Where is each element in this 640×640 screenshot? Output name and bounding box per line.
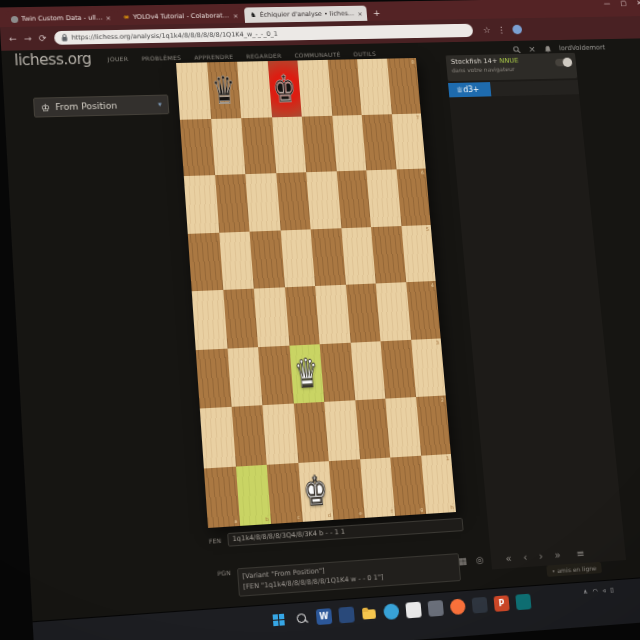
tab-title: Twin Custom Data - ull… xyxy=(21,14,103,23)
forward-icon[interactable]: → xyxy=(24,34,32,43)
chess-board: ♛♚87654♛32abcd♚efgh1 xyxy=(176,58,456,528)
edge-icon[interactable] xyxy=(383,603,399,620)
square-b4[interactable] xyxy=(223,289,258,349)
analysis-sidebar: Stockfish 14+ NNUE dans votre navigateur… xyxy=(446,53,627,570)
coord-file-d: d xyxy=(328,513,332,518)
square-e8[interactable] xyxy=(297,60,331,116)
challenge-icon[interactable]: × xyxy=(528,44,536,54)
tab-close-icon[interactable]: ✕ xyxy=(357,10,362,17)
square-f8[interactable] xyxy=(327,59,361,115)
square-b6[interactable] xyxy=(215,174,250,232)
square-e2[interactable] xyxy=(324,400,359,460)
lichess-logo[interactable]: lichess.org xyxy=(14,50,92,69)
coord-rank-4: 4 xyxy=(431,283,435,288)
lichess-page: lichess.org JOUERPROBLÈMESAPPRENDREREGAR… xyxy=(1,38,640,622)
square-f5[interactable] xyxy=(341,227,376,285)
square-d4[interactable] xyxy=(285,286,320,345)
url-text: https://lichess.org/analysis/1q1k4/8/8/8… xyxy=(71,30,278,42)
coord-file-a: a xyxy=(234,519,238,524)
next-move-icon[interactable]: › xyxy=(538,550,543,562)
tray-expand-icon[interactable]: ∧ xyxy=(583,587,588,594)
square-e6[interactable] xyxy=(306,171,341,229)
photo-backdrop: Twin Custom Data - ull…✕∞YOLOv4 Tutorial… xyxy=(0,0,640,640)
square-a8[interactable] xyxy=(176,62,211,119)
store-icon[interactable] xyxy=(428,600,444,617)
square-c1[interactable]: c xyxy=(267,462,303,523)
address-bar[interactable]: https://lichess.org/analysis/1q1k4/8/8/8… xyxy=(54,24,474,45)
square-h4[interactable]: 4 xyxy=(406,281,441,339)
action-menu-icon[interactable]: ≡ xyxy=(576,547,585,559)
last-move-icon[interactable]: » xyxy=(554,549,561,561)
generic-favicon-icon xyxy=(11,16,19,23)
square-d2[interactable] xyxy=(293,402,328,463)
square-h2[interactable]: 2 xyxy=(416,395,451,455)
taskbar-search-icon[interactable] xyxy=(293,610,310,627)
square-c8[interactable] xyxy=(237,61,272,118)
square-b8[interactable]: ♛ xyxy=(207,62,242,119)
square-d5[interactable] xyxy=(280,229,315,287)
coord-rank-1: 1 xyxy=(446,456,450,461)
tab-close-icon[interactable]: ✕ xyxy=(105,14,111,21)
square-d6[interactable] xyxy=(276,172,311,230)
coord-file-h: h xyxy=(450,505,454,510)
square-c5[interactable] xyxy=(250,230,285,289)
lock-icon xyxy=(61,34,68,42)
square-d8[interactable]: ♚ xyxy=(267,60,301,116)
menu-kebab-icon[interactable]: ⋮ xyxy=(497,25,506,34)
nav-item-jouer[interactable]: JOUER xyxy=(107,55,128,62)
teal-app-icon[interactable] xyxy=(515,594,531,611)
coord-rank-6: 6 xyxy=(421,170,425,175)
powerpoint-icon[interactable]: P xyxy=(493,595,509,612)
square-h5[interactable]: 5 xyxy=(401,224,436,282)
engine-name: Stockfish 14+ xyxy=(451,57,498,66)
from-position-select[interactable]: ♔ From Position ▾ xyxy=(33,95,169,118)
minimize-button[interactable]: — xyxy=(603,0,610,7)
square-c3[interactable] xyxy=(258,345,293,405)
square-g7[interactable] xyxy=(362,114,396,171)
new-tab-button[interactable]: + xyxy=(373,8,381,18)
reload-icon[interactable]: ⟳ xyxy=(39,34,47,43)
square-e5[interactable] xyxy=(311,228,346,286)
square-f6[interactable] xyxy=(336,170,371,227)
move-list: ♕d3+ xyxy=(448,80,579,97)
username[interactable]: lordVoldemort xyxy=(559,44,606,52)
fen-label: FEN xyxy=(209,537,222,545)
square-b7[interactable] xyxy=(211,118,246,175)
coord-file-f: f xyxy=(391,509,393,514)
bell-icon[interactable] xyxy=(543,44,552,53)
wifi-icon[interactable]: ◠ xyxy=(592,587,598,595)
square-b2[interactable] xyxy=(231,405,267,466)
square-a4[interactable] xyxy=(192,290,227,350)
square-a5[interactable] xyxy=(188,232,223,291)
file-explorer-icon[interactable] xyxy=(361,605,378,622)
coord-file-g: g xyxy=(420,507,424,512)
controls-menu-group: ≡ xyxy=(576,547,585,559)
engine-location: dans votre navigateur xyxy=(451,64,572,73)
coord-rank-8: 8 xyxy=(411,60,414,65)
nav-item-communauté[interactable]: COMMUNAUTÉ xyxy=(294,50,341,58)
engine-box: Stockfish 14+ NNUE dans votre navigateur xyxy=(446,53,578,81)
battery-icon[interactable]: ▯ xyxy=(610,586,614,593)
window-controls: —▢✕ xyxy=(603,0,640,7)
square-h3[interactable]: 3 xyxy=(411,338,446,397)
square-d3[interactable]: ♛ xyxy=(289,344,324,404)
white-king-icon: ♔ xyxy=(41,102,51,113)
tab-title: YOLOv4 Tutorial - Colaboratory xyxy=(133,12,231,21)
friends-online-box[interactable]: • amis en ligne xyxy=(546,562,601,577)
square-a2[interactable] xyxy=(200,407,236,468)
controls-nav-group: «‹›» xyxy=(505,549,561,564)
back-icon[interactable]: ← xyxy=(9,34,17,43)
square-g2[interactable] xyxy=(385,397,420,457)
square-a7[interactable] xyxy=(180,118,215,176)
square-c4[interactable] xyxy=(254,287,289,346)
square-d1[interactable]: d♚ xyxy=(298,461,334,522)
piece-black-king[interactable]: ♚ xyxy=(272,69,298,107)
coord-file-c: c xyxy=(297,515,300,520)
square-h7[interactable]: 7 xyxy=(391,113,425,169)
nav-item-outils[interactable]: OUTILS xyxy=(353,50,376,57)
square-f2[interactable] xyxy=(355,399,390,459)
coord-file-b: b xyxy=(265,517,269,522)
square-h8[interactable]: 8 xyxy=(387,58,421,114)
engine-badge: NNUE xyxy=(499,57,519,65)
firefox-icon[interactable] xyxy=(450,598,466,615)
engine-toggle[interactable] xyxy=(555,59,573,67)
monitor-screen: Twin Custom Data - ull…✕∞YOLOv4 Tutorial… xyxy=(0,0,640,640)
square-g8[interactable] xyxy=(357,59,391,115)
vscode-icon[interactable] xyxy=(472,597,488,614)
system-tray: ∧◠◃▯ xyxy=(583,586,614,595)
first-move-icon[interactable]: « xyxy=(505,552,512,564)
square-c2[interactable] xyxy=(262,404,297,465)
lichess-favicon-icon: ♞ xyxy=(250,12,257,19)
square-b3[interactable] xyxy=(227,347,262,407)
piece-black-queen[interactable]: ♛ xyxy=(211,71,237,110)
square-a1[interactable]: a xyxy=(204,466,240,528)
square-c7[interactable] xyxy=(241,117,276,174)
tab-title: Échiquier d'analyse • lichess.org xyxy=(259,10,354,19)
nav-item-regarder[interactable]: REGARDER xyxy=(246,52,282,59)
nav-item-problèmes[interactable]: PROBLÈMES xyxy=(141,54,181,62)
maximize-button[interactable]: ▢ xyxy=(620,0,627,7)
square-g3[interactable] xyxy=(380,339,415,398)
square-g5[interactable] xyxy=(371,226,406,284)
square-f3[interactable] xyxy=(350,341,385,400)
app-blue-icon[interactable] xyxy=(338,607,355,624)
square-e7[interactable] xyxy=(302,115,337,172)
controls-left-group: ▦◎ xyxy=(458,555,484,567)
square-a3[interactable] xyxy=(196,348,231,408)
close-button[interactable]: ✕ xyxy=(636,0,640,7)
from-position-label: From Position xyxy=(55,101,117,112)
square-f1[interactable]: f xyxy=(360,457,396,518)
tab-close-icon[interactable]: ✕ xyxy=(233,12,238,19)
square-d7[interactable] xyxy=(272,116,307,173)
square-h6[interactable]: 6 xyxy=(396,168,431,225)
profile-avatar[interactable] xyxy=(512,25,522,35)
pgn-text: [Variant "From Position"] [FEN "1q1k4/8/… xyxy=(242,557,455,593)
square-f7[interactable] xyxy=(332,115,367,172)
prev-move-icon[interactable]: ‹ xyxy=(523,551,528,563)
square-g1[interactable]: g xyxy=(390,455,425,516)
square-f4[interactable] xyxy=(345,283,380,342)
coord-rank-3: 3 xyxy=(436,340,440,345)
bookmark-star-icon[interactable]: ☆ xyxy=(483,26,491,35)
square-e3[interactable] xyxy=(320,342,355,402)
volume-icon[interactable]: ◃ xyxy=(602,586,606,593)
square-c6[interactable] xyxy=(245,173,280,231)
pgn-textarea[interactable]: [Variant "From Position"] [FEN "1q1k4/8/… xyxy=(237,553,461,597)
pgn-row: PGN [Variant "From Position"] [FEN "1q1k… xyxy=(217,553,461,598)
search-icon[interactable] xyxy=(512,45,521,54)
pgn-label: PGN xyxy=(217,569,231,577)
square-g4[interactable] xyxy=(376,282,411,341)
notepad-icon[interactable] xyxy=(405,602,421,619)
square-h1[interactable]: h1 xyxy=(421,453,456,514)
square-b1[interactable]: b xyxy=(235,464,271,526)
coord-rank-2: 2 xyxy=(441,398,445,403)
square-e4[interactable] xyxy=(315,285,350,344)
square-g6[interactable] xyxy=(366,169,401,226)
square-a6[interactable] xyxy=(184,175,219,233)
square-e1[interactable]: e xyxy=(329,459,365,520)
square-b5[interactable] xyxy=(219,231,254,290)
piece-white-king[interactable]: ♚ xyxy=(302,470,329,512)
move-Qd3check[interactable]: ♕d3+ xyxy=(448,82,491,97)
colab-favicon-icon: ∞ xyxy=(123,14,131,21)
practice-icon[interactable]: ◎ xyxy=(475,555,484,566)
nav-item-apprendre[interactable]: APPRENDRE xyxy=(194,53,234,61)
coord-file-e: e xyxy=(359,511,363,516)
chevron-down-icon: ▾ xyxy=(158,101,162,109)
toggle-knob xyxy=(562,58,572,68)
coord-rank-5: 5 xyxy=(426,226,430,231)
word-icon[interactable]: W xyxy=(316,608,333,625)
coord-rank-7: 7 xyxy=(416,115,420,120)
piece-white-queen[interactable]: ♛ xyxy=(293,353,320,394)
start-button[interactable] xyxy=(270,611,287,628)
